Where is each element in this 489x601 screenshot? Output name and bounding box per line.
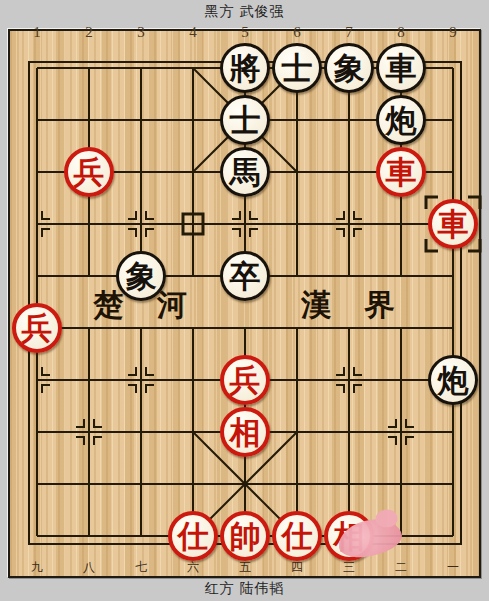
- file-label-top: 2: [78, 24, 100, 41]
- file-label-top: 4: [182, 24, 204, 41]
- xiangqi-piece-black[interactable]: 炮: [428, 355, 478, 405]
- file-label-bottom: 一: [442, 559, 464, 576]
- file-label-bottom: 七: [130, 559, 152, 576]
- xiangqi-piece-red[interactable]: 兵: [64, 147, 114, 197]
- xiangqi-piece-black[interactable]: 馬: [220, 147, 270, 197]
- xiangqi-piece-red[interactable]: 兵: [220, 355, 270, 405]
- file-label-bottom: 五: [234, 559, 256, 576]
- xiangqi-piece-black[interactable]: 象: [116, 251, 166, 301]
- file-label-top: 7: [338, 24, 360, 41]
- xiangqi-app: 黑方 武俊强 楚 河 漢 界 123456789 九八七六五四三二一 將士象車士…: [0, 0, 489, 601]
- xiangqi-piece-black[interactable]: 象: [324, 43, 374, 93]
- file-label-top: 5: [234, 24, 256, 41]
- xiangqi-piece-black[interactable]: 車: [376, 43, 426, 93]
- xiangqi-piece-black[interactable]: 炮: [376, 95, 426, 145]
- black-player-label: 黑方 武俊强: [0, 3, 489, 21]
- xiangqi-piece-black[interactable]: 士: [220, 95, 270, 145]
- file-label-bottom: 六: [182, 559, 204, 576]
- file-label-bottom: 二: [390, 559, 412, 576]
- file-label-bottom: 九: [26, 559, 48, 576]
- xiangqi-piece-red[interactable]: 仕: [168, 511, 218, 561]
- file-label-bottom: 四: [286, 559, 308, 576]
- xiangqi-piece-red[interactable]: 帥: [220, 511, 270, 561]
- file-label-top: 3: [130, 24, 152, 41]
- file-label-top: 6: [286, 24, 308, 41]
- xiangqi-piece-red[interactable]: 兵: [12, 303, 62, 353]
- file-label-top: 9: [442, 24, 464, 41]
- file-label-top: 8: [390, 24, 412, 41]
- xiangqi-piece-red[interactable]: 車: [428, 199, 478, 249]
- file-label-bottom: 三: [338, 559, 360, 576]
- file-label-top: 1: [26, 24, 48, 41]
- xiangqi-piece-black[interactable]: 士: [272, 43, 322, 93]
- xiangqi-piece-black[interactable]: 將: [220, 43, 270, 93]
- xiangqi-piece-black[interactable]: 卒: [220, 251, 270, 301]
- xiangqi-piece-red[interactable]: 相: [220, 407, 270, 457]
- red-player-label: 红方 陆伟韬: [0, 580, 489, 598]
- xiangqi-piece-red[interactable]: 車: [376, 147, 426, 197]
- file-label-bottom: 八: [78, 559, 100, 576]
- river-text-right: 漢 界: [286, 285, 410, 326]
- xiangqi-piece-red[interactable]: 仕: [272, 511, 322, 561]
